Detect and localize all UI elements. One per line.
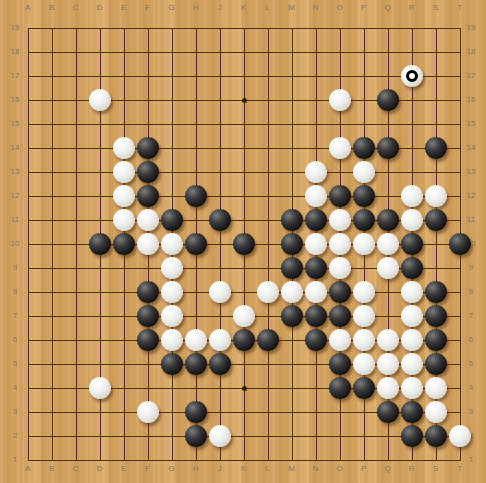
coord-label-left: 12: [5, 191, 25, 201]
stone-black-H10: [185, 233, 207, 255]
stone-black-H2: [185, 425, 207, 447]
stone-white-N12: [305, 185, 327, 207]
stone-white-G8: [161, 281, 183, 303]
coord-label-top: Q: [380, 3, 396, 13]
stone-white-D4: [89, 377, 111, 399]
stone-white-N8: [305, 281, 327, 303]
stone-black-P12: [353, 185, 375, 207]
stone-black-R10: [401, 233, 423, 255]
coord-label-top: T: [452, 3, 468, 13]
coord-label-right: 7: [461, 311, 481, 321]
stone-black-Q14: [377, 137, 399, 159]
stone-black-G5: [161, 353, 183, 375]
stone-black-G11: [161, 209, 183, 231]
stone-black-J11: [209, 209, 231, 231]
coord-label-top: M: [284, 3, 300, 13]
stone-white-M8: [281, 281, 303, 303]
stone-white-O14: [329, 137, 351, 159]
coord-label-bottom: D: [92, 464, 108, 474]
stone-black-F7: [137, 305, 159, 327]
stone-black-F6: [137, 329, 159, 351]
stone-black-S14: [425, 137, 447, 159]
coord-label-top: P: [356, 3, 372, 13]
coord-label-right: 12: [461, 191, 481, 201]
coord-label-top: K: [236, 3, 252, 13]
coord-label-top: H: [188, 3, 204, 13]
stone-white-E13: [113, 161, 135, 183]
coord-label-left: 6: [5, 335, 25, 345]
coord-label-bottom: E: [116, 464, 132, 474]
stone-white-K7: [233, 305, 255, 327]
coord-label-left: 18: [5, 47, 25, 57]
coord-label-left: 19: [5, 23, 25, 33]
coord-label-bottom: C: [68, 464, 84, 474]
coord-label-right: 19: [461, 23, 481, 33]
stone-white-R11: [401, 209, 423, 231]
coord-label-right: 17: [461, 71, 481, 81]
coord-label-bottom: B: [44, 464, 60, 474]
stone-black-O4: [329, 377, 351, 399]
stone-black-P14: [353, 137, 375, 159]
coord-label-left: 7: [5, 311, 25, 321]
stone-black-M11: [281, 209, 303, 231]
stone-black-S5: [425, 353, 447, 375]
coord-label-left: 15: [5, 119, 25, 129]
stone-black-S2: [425, 425, 447, 447]
stone-white-Q10: [377, 233, 399, 255]
stone-white-D16: [89, 89, 111, 111]
stone-black-M9: [281, 257, 303, 279]
stone-white-Q5: [377, 353, 399, 375]
coord-label-left: 4: [5, 383, 25, 393]
stone-white-N13: [305, 161, 327, 183]
grid-line-horizontal: [28, 460, 461, 461]
stone-white-F11: [137, 209, 159, 231]
stone-white-G10: [161, 233, 183, 255]
stone-white-N10: [305, 233, 327, 255]
stone-black-H12: [185, 185, 207, 207]
stone-white-J6: [209, 329, 231, 351]
stone-white-S3: [425, 401, 447, 423]
stone-black-D10: [89, 233, 111, 255]
coord-label-bottom: H: [188, 464, 204, 474]
stone-white-O16: [329, 89, 351, 111]
coord-label-right: 4: [461, 383, 481, 393]
coord-label-right: 15: [461, 119, 481, 129]
grid-line-horizontal: [28, 292, 461, 293]
stone-white-F10: [137, 233, 159, 255]
coord-label-bottom: A: [20, 464, 36, 474]
coord-label-top: J: [212, 3, 228, 13]
stone-white-P13: [353, 161, 375, 183]
coord-label-right: 5: [461, 359, 481, 369]
stone-white-R6: [401, 329, 423, 351]
coord-label-left: 13: [5, 167, 25, 177]
stone-white-T2: [449, 425, 471, 447]
coord-label-left: 2: [5, 431, 25, 441]
stone-black-O8: [329, 281, 351, 303]
stone-white-R7: [401, 305, 423, 327]
stone-white-R12: [401, 185, 423, 207]
stone-white-R4: [401, 377, 423, 399]
stone-black-S11: [425, 209, 447, 231]
stone-white-G7: [161, 305, 183, 327]
stone-black-N6: [305, 329, 327, 351]
stone-white-J8: [209, 281, 231, 303]
coord-label-top: B: [44, 3, 60, 13]
stone-white-O6: [329, 329, 351, 351]
stone-white-H6: [185, 329, 207, 351]
coord-label-bottom: S: [428, 464, 444, 474]
stone-white-Q4: [377, 377, 399, 399]
coord-label-right: 6: [461, 335, 481, 345]
stone-black-P4: [353, 377, 375, 399]
stone-white-R8: [401, 281, 423, 303]
coord-label-right: 16: [461, 95, 481, 105]
stone-black-K10: [233, 233, 255, 255]
grid-line-horizontal: [28, 436, 461, 437]
stone-white-P6: [353, 329, 375, 351]
stone-white-O9: [329, 257, 351, 279]
coord-label-left: 16: [5, 95, 25, 105]
coord-label-top: G: [164, 3, 180, 13]
coord-label-bottom: F: [140, 464, 156, 474]
stone-white-G6: [161, 329, 183, 351]
coord-label-right: 3: [461, 407, 481, 417]
coord-label-right: 18: [461, 47, 481, 57]
stone-white-O11: [329, 209, 351, 231]
coord-label-right: 14: [461, 143, 481, 153]
coord-label-bottom: Q: [380, 464, 396, 474]
stone-white-E12: [113, 185, 135, 207]
stone-black-Q16: [377, 89, 399, 111]
stone-white-L8: [257, 281, 279, 303]
coord-label-left: 1: [5, 455, 25, 465]
stone-black-Q3: [377, 401, 399, 423]
stone-black-O5: [329, 353, 351, 375]
coord-label-top: S: [428, 3, 444, 13]
stone-black-Q11: [377, 209, 399, 231]
stone-black-S7: [425, 305, 447, 327]
coord-label-left: 14: [5, 143, 25, 153]
coord-label-top: E: [116, 3, 132, 13]
coord-label-top: A: [20, 3, 36, 13]
stone-white-E11: [113, 209, 135, 231]
stone-black-H3: [185, 401, 207, 423]
stone-black-F12: [137, 185, 159, 207]
coord-label-top: D: [92, 3, 108, 13]
stone-white-P10: [353, 233, 375, 255]
stone-white-E14: [113, 137, 135, 159]
coord-label-bottom: O: [332, 464, 348, 474]
coord-label-right: 11: [461, 215, 481, 225]
stone-black-T10: [449, 233, 471, 255]
coord-label-left: 5: [5, 359, 25, 369]
stone-black-O7: [329, 305, 351, 327]
coord-label-bottom: M: [284, 464, 300, 474]
stone-black-L6: [257, 329, 279, 351]
coord-label-left: 11: [5, 215, 25, 225]
stone-black-P11: [353, 209, 375, 231]
coord-label-bottom: N: [308, 464, 324, 474]
stone-black-N11: [305, 209, 327, 231]
star-point: [242, 386, 247, 391]
coord-label-left: 17: [5, 71, 25, 81]
coord-label-top: C: [68, 3, 84, 13]
stone-white-S12: [425, 185, 447, 207]
stone-black-H5: [185, 353, 207, 375]
stone-white-J2: [209, 425, 231, 447]
coord-label-bottom: G: [164, 464, 180, 474]
stone-white-F3: [137, 401, 159, 423]
last-move-marker: [406, 70, 418, 82]
stone-black-N7: [305, 305, 327, 327]
stone-white-Q9: [377, 257, 399, 279]
stone-white-R5: [401, 353, 423, 375]
stone-white-P5: [353, 353, 375, 375]
coord-label-top: F: [140, 3, 156, 13]
coord-label-bottom: R: [404, 464, 420, 474]
coord-label-right: 9: [461, 263, 481, 273]
stone-black-M7: [281, 305, 303, 327]
stone-black-R3: [401, 401, 423, 423]
coord-label-left: 8: [5, 287, 25, 297]
stone-black-J5: [209, 353, 231, 375]
stone-black-R2: [401, 425, 423, 447]
stone-black-K6: [233, 329, 255, 351]
stone-black-F14: [137, 137, 159, 159]
stone-black-N9: [305, 257, 327, 279]
coord-label-bottom: P: [356, 464, 372, 474]
coord-label-top: L: [260, 3, 276, 13]
coord-label-left: 3: [5, 407, 25, 417]
coord-label-bottom: J: [212, 464, 228, 474]
stone-black-S6: [425, 329, 447, 351]
stone-white-P8: [353, 281, 375, 303]
stone-black-M10: [281, 233, 303, 255]
coord-label-top: R: [404, 3, 420, 13]
star-point: [242, 98, 247, 103]
stone-black-O12: [329, 185, 351, 207]
coord-label-bottom: L: [260, 464, 276, 474]
coord-label-right: 1: [461, 455, 481, 465]
stone-black-R9: [401, 257, 423, 279]
coord-label-left: 9: [5, 263, 25, 273]
grid-line-vertical: [268, 28, 269, 461]
coord-label-right: 8: [461, 287, 481, 297]
coord-label-top: O: [332, 3, 348, 13]
coord-label-bottom: K: [236, 464, 252, 474]
stone-black-F13: [137, 161, 159, 183]
coord-label-bottom: T: [452, 464, 468, 474]
stone-white-O10: [329, 233, 351, 255]
coord-label-right: 13: [461, 167, 481, 177]
coord-label-left: 10: [5, 239, 25, 249]
stone-black-E10: [113, 233, 135, 255]
stone-white-P7: [353, 305, 375, 327]
stone-black-S8: [425, 281, 447, 303]
stone-white-Q6: [377, 329, 399, 351]
go-board[interactable]: AABBCCDDEEFFGGHHJJKKLLMMNNOOPPQQRRSSTT19…: [0, 0, 486, 483]
stone-white-G9: [161, 257, 183, 279]
stone-black-F8: [137, 281, 159, 303]
stone-white-S4: [425, 377, 447, 399]
coord-label-top: N: [308, 3, 324, 13]
